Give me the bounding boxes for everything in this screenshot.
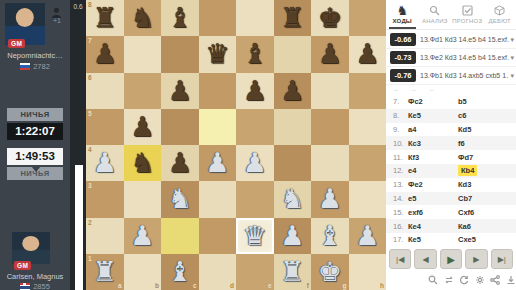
bottom-player-rating: 2855	[0, 282, 70, 290]
eval-score-badge: -0.73	[390, 51, 416, 64]
white-queen-e2[interactable]: ♛	[236, 218, 274, 254]
move-number: 14.	[386, 194, 404, 203]
move-number: 11.	[386, 153, 404, 162]
chevron-down-icon[interactable]: ▾	[510, 54, 514, 62]
white-rook-f1[interactable]: ♜	[274, 254, 312, 290]
chess-board: 8♜♞♝♜♚7♟♛♝♟♟6♟♟♟5♟4♟♞♟♟♟3♞♞♟2♟♛♟♝♟1a♜bc♝…	[86, 0, 386, 290]
square-d8[interactable]	[199, 0, 237, 36]
black-move[interactable]: Сxe5	[448, 235, 516, 244]
engine-line-2[interactable]: -0.7313.Фе2 Кd3 14.e5 b4 15.exf…▾	[386, 49, 516, 67]
board-tools	[428, 273, 516, 287]
eval-score-badge: -0.76	[390, 69, 416, 82]
file-label: e	[268, 282, 272, 289]
top-player-title-badge: GM	[8, 39, 25, 48]
top-player-clock: 1:22:07	[7, 123, 63, 140]
square-h4[interactable]	[349, 145, 387, 181]
analysis-panel: ♞ ХОДЫ АНАЛИЗ ПРОГНОЗ ДЕБЮТ	[386, 0, 516, 290]
white-move[interactable]: Кe5	[404, 235, 448, 244]
black-pawn-h7[interactable]: ♟	[349, 36, 387, 72]
square-f3[interactable]: ♞	[274, 181, 312, 217]
settings-icon[interactable]	[475, 275, 486, 286]
bottom-player-avatar	[12, 232, 50, 264]
square-e8[interactable]	[236, 0, 274, 36]
nav-first-button[interactable]: |◀	[389, 249, 411, 269]
knight-icon: ♞	[386, 4, 419, 17]
square-a5[interactable]: 5	[86, 109, 124, 145]
square-e3[interactable]	[236, 181, 274, 217]
draw-offer-button-top[interactable]: НИЧЬЯ	[7, 108, 63, 121]
evaluation-bar: 0.6	[70, 0, 86, 290]
scrolled-moves-hint: – – –	[386, 86, 516, 94]
download-icon[interactable]	[506, 275, 516, 286]
square-c6[interactable]: ♟	[161, 73, 199, 109]
square-f1[interactable]: f♜	[274, 254, 312, 290]
tab-opening[interactable]: ДЕБЮТ	[484, 0, 516, 29]
square-g4[interactable]	[311, 145, 349, 181]
square-d5[interactable]	[199, 109, 237, 145]
square-h1[interactable]: h	[349, 254, 387, 290]
spectator-count: +1	[51, 17, 63, 24]
square-g7[interactable]: ♟	[311, 36, 349, 72]
white-move[interactable]: a4	[404, 125, 448, 134]
zoom-icon[interactable]	[428, 275, 439, 286]
black-bishop-e7[interactable]: ♝	[236, 36, 274, 72]
black-move[interactable]: b5	[448, 97, 516, 106]
black-move[interactable]: Сxf6	[448, 208, 516, 217]
square-d2[interactable]	[199, 218, 237, 254]
black-bishop-c8[interactable]: ♝	[161, 0, 199, 36]
eval-line-moves: 13.Фd1 Кd3 14.e5 b4 15.exf…	[420, 36, 509, 43]
square-b4[interactable]: ♞	[124, 145, 162, 181]
white-knight-c3[interactable]: ♞	[161, 181, 199, 217]
square-b1[interactable]: b	[124, 254, 162, 290]
move-row-7: 7.Фc2b5	[386, 95, 516, 109]
white-move[interactable]: Кf3	[404, 153, 448, 162]
white-pawn-a4[interactable]: ♟	[86, 145, 124, 181]
square-f6[interactable]: ♟	[274, 73, 312, 109]
top-player-name: Nepomniachtc…	[0, 51, 70, 60]
nav-next-button[interactable]: ▶	[465, 249, 487, 269]
top-player-rating: 2782	[0, 62, 70, 71]
tab-moves[interactable]: ♞ ХОДЫ	[386, 0, 419, 29]
rank-label: 6	[88, 74, 92, 81]
black-pawn-b5[interactable]: ♟	[124, 109, 162, 145]
white-bishop-c1[interactable]: ♝	[161, 254, 199, 290]
black-move[interactable]: Кd5	[448, 125, 516, 134]
square-c8[interactable]: ♝	[161, 0, 199, 36]
square-c5[interactable]	[161, 109, 199, 145]
move-number: 13.	[386, 180, 404, 189]
square-h7[interactable]: ♟	[349, 36, 387, 72]
move-row-15: 15.exf6Сxf6	[386, 205, 516, 219]
move-row-9: 9.a4Кd5	[386, 123, 516, 137]
white-pawn-e4[interactable]: ♟	[236, 145, 274, 181]
square-h8[interactable]	[349, 0, 387, 36]
move-number: 16.	[386, 222, 404, 231]
rank-label: 2	[88, 219, 92, 226]
white-move[interactable]: e4	[404, 166, 448, 175]
move-row-11: 11.Кf3Фd7	[386, 150, 516, 164]
rank-label: 3	[88, 182, 92, 189]
square-b7[interactable]	[124, 36, 162, 72]
avatar-decoration	[22, 236, 39, 251]
white-king-g1[interactable]: ♚	[311, 254, 349, 290]
move-navigation: |◀◀▶▶▶|	[389, 249, 513, 269]
square-c2[interactable]	[161, 218, 199, 254]
square-h5[interactable]	[349, 109, 387, 145]
move-number: 17.	[386, 235, 404, 244]
engine-line-3[interactable]: -0.7613.Фb1 Кd3 14.axb5 cxb5 1…▾	[386, 67, 516, 85]
move-row-12: 12.e4Кb4	[386, 164, 516, 178]
eval-line-moves: 13.Фb1 Кd3 14.axb5 cxb5 1…	[420, 72, 509, 79]
eval-score-badge: -0.66	[390, 33, 416, 46]
square-e6[interactable]: ♟	[236, 73, 274, 109]
white-pawn-h2[interactable]: ♟	[349, 218, 387, 254]
square-h6[interactable]	[349, 73, 387, 109]
russia-flag-icon	[20, 63, 30, 70]
move-row-8: 8.Кe5c6	[386, 109, 516, 123]
white-move[interactable]: exf6	[404, 208, 448, 217]
rank-label: 5	[88, 110, 92, 117]
square-a3[interactable]: 3	[86, 181, 124, 217]
black-rook-f8[interactable]: ♜	[274, 0, 312, 36]
square-f7[interactable]	[274, 36, 312, 72]
move-list: 7.Фc2b58.Кe5c69.a4Кd510.Кc3f611.Кf3Фd712…	[386, 95, 516, 247]
move-number: 9.	[386, 125, 404, 134]
nav-play-button[interactable]: ▶	[440, 249, 462, 269]
square-b3[interactable]	[124, 181, 162, 217]
square-e2[interactable]: ♛	[236, 218, 274, 254]
chess-app: GM Nepomniachtc… 2782 +1 НИЧЬЯ 1:22:07 1…	[0, 0, 516, 290]
white-move[interactable]: e5	[404, 194, 448, 203]
loop-icon[interactable]	[444, 275, 455, 286]
engine-line-1[interactable]: -0.6613.Фd1 Кd3 14.e5 b4 15.exf…▾	[386, 31, 516, 49]
square-d7[interactable]: ♛	[199, 36, 237, 72]
square-a2[interactable]: 2	[86, 218, 124, 254]
move-number: 12.	[386, 166, 404, 175]
evaluation-bar-white-section	[75, 165, 83, 290]
square-f5[interactable]	[274, 109, 312, 145]
black-move[interactable]: Кb4	[448, 166, 516, 175]
square-g2[interactable]: ♝	[311, 218, 349, 254]
black-knight-b8[interactable]: ♞	[124, 0, 162, 36]
white-pawn-b2[interactable]: ♟	[124, 218, 162, 254]
square-e5[interactable]	[236, 109, 274, 145]
nav-prev-button[interactable]: ◀	[414, 249, 436, 269]
black-pawn-e6[interactable]: ♟	[236, 73, 274, 109]
black-pawn-a7[interactable]: ♟	[86, 36, 124, 72]
bottom-player-name: Carlsen, Magnus	[0, 272, 70, 281]
square-a6[interactable]: 6	[86, 73, 124, 109]
square-g5[interactable]	[311, 109, 349, 145]
square-d3[interactable]	[199, 181, 237, 217]
white-move[interactable]: Фе2	[404, 180, 448, 189]
square-c7[interactable]	[161, 36, 199, 72]
white-pawn-g3[interactable]: ♟	[311, 181, 349, 217]
file-label: h	[380, 282, 384, 289]
square-g1[interactable]: g♚	[311, 254, 349, 290]
avatar-decoration	[16, 8, 34, 27]
norway-flag-icon	[20, 283, 30, 290]
file-label: d	[230, 282, 234, 289]
white-move[interactable]: Кe5	[404, 111, 448, 120]
square-a7[interactable]: 7♟	[86, 36, 124, 72]
file-label: b	[155, 282, 159, 289]
nav-last-button[interactable]: ▶|	[491, 249, 513, 269]
black-move[interactable]: Сb7	[448, 194, 516, 203]
white-move[interactable]: Кc3	[404, 139, 448, 148]
square-a4[interactable]: 4♟	[86, 145, 124, 181]
black-pawn-c4[interactable]: ♟	[161, 145, 199, 181]
bottom-player-title-badge: GM	[14, 261, 31, 270]
black-pawn-g7[interactable]: ♟	[311, 36, 349, 72]
square-e4[interactable]: ♟	[236, 145, 274, 181]
magnifier-icon	[419, 4, 452, 17]
white-move[interactable]: Фc2	[404, 97, 448, 106]
move-number: 8.	[386, 111, 404, 120]
white-pawn-d4[interactable]: ♟	[199, 145, 237, 181]
tab-forecast[interactable]: ПРОГНОЗ	[451, 0, 484, 29]
black-rook-a8[interactable]: ♜	[86, 0, 124, 36]
bottom-player-clock: 1:49:53	[7, 148, 63, 165]
square-d4[interactable]: ♟	[199, 145, 237, 181]
square-a8[interactable]: 8♜	[86, 0, 124, 36]
white-knight-f3[interactable]: ♞	[274, 181, 312, 217]
white-move[interactable]: Кe4	[404, 222, 448, 231]
share-icon[interactable]	[490, 275, 501, 286]
move-row-17: 17.Кe5Сxe5	[386, 233, 516, 247]
square-e1[interactable]: e	[236, 254, 274, 290]
square-c1[interactable]: c♝	[161, 254, 199, 290]
clock-pointer-decoration	[31, 166, 41, 172]
black-queen-d7[interactable]: ♛	[199, 36, 237, 72]
refresh-icon[interactable]	[459, 275, 470, 286]
black-move[interactable]: f6	[448, 139, 516, 148]
square-g8[interactable]: ♚	[311, 0, 349, 36]
cube-icon	[484, 4, 516, 17]
move-number: 7.	[386, 97, 404, 106]
chevron-down-icon[interactable]: ▾	[510, 72, 514, 80]
white-pawn-f2[interactable]: ♟	[274, 218, 312, 254]
move-row-14: 14.e5Сb7	[386, 192, 516, 206]
square-c4[interactable]: ♟	[161, 145, 199, 181]
square-d1[interactable]: d	[199, 254, 237, 290]
square-g3[interactable]: ♟	[311, 181, 349, 217]
square-f2[interactable]: ♟	[274, 218, 312, 254]
black-move[interactable]: Кa6	[448, 222, 516, 231]
black-king-g8[interactable]: ♚	[311, 0, 349, 36]
black-move[interactable]: c6	[448, 111, 516, 120]
square-a1[interactable]: 1a♜	[86, 254, 124, 290]
white-rook-a1[interactable]: ♜	[86, 254, 124, 290]
move-number: 15.	[386, 208, 404, 217]
checkbox-icon	[451, 4, 484, 17]
black-pawn-f6[interactable]: ♟	[274, 73, 312, 109]
black-move[interactable]: Кd3	[448, 180, 516, 189]
square-b8[interactable]: ♞	[124, 0, 162, 36]
black-pawn-c6[interactable]: ♟	[161, 73, 199, 109]
move-row-10: 10.Кc3f6	[386, 136, 516, 150]
move-row-16: 16.Кe4Кa6	[386, 219, 516, 233]
tab-analysis[interactable]: АНАЛИЗ	[419, 0, 452, 29]
square-b5[interactable]: ♟	[124, 109, 162, 145]
square-f8[interactable]: ♜	[274, 0, 312, 36]
move-row-13: 13.Фе2Кd3	[386, 178, 516, 192]
square-e7[interactable]: ♝	[236, 36, 274, 72]
square-b2[interactable]: ♟	[124, 218, 162, 254]
square-h3[interactable]	[349, 181, 387, 217]
square-d6[interactable]	[199, 73, 237, 109]
eval-line-moves: 13.Фе2 Кd3 14.e5 b4 15.exf…	[420, 54, 509, 61]
black-move[interactable]: Фd7	[448, 153, 516, 162]
panel-tabs: ♞ ХОДЫ АНАЛИЗ ПРОГНОЗ ДЕБЮТ	[386, 0, 516, 30]
square-c3[interactable]: ♞	[161, 181, 199, 217]
evaluation-value: 0.6	[70, 3, 86, 10]
engine-lines: -0.6613.Фd1 Кd3 14.e5 b4 15.exf…▾-0.7313…	[386, 31, 516, 85]
move-number: 10.	[386, 139, 404, 148]
square-b6[interactable]	[124, 73, 162, 109]
square-g6[interactable]	[311, 73, 349, 109]
spectator-icon	[51, 4, 62, 15]
square-f4[interactable]	[274, 145, 312, 181]
black-knight-b4[interactable]: ♞	[124, 145, 162, 181]
players-sidebar: GM Nepomniachtc… 2782 +1 НИЧЬЯ 1:22:07 1…	[0, 0, 70, 290]
square-h2[interactable]: ♟	[349, 218, 387, 254]
white-bishop-g2[interactable]: ♝	[311, 218, 349, 254]
chevron-down-icon[interactable]: ▾	[510, 36, 514, 44]
